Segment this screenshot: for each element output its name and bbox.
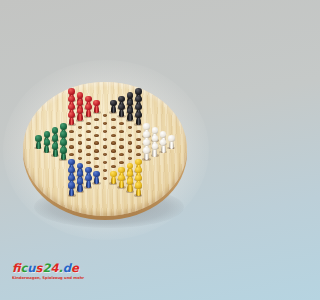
- board-hole: [111, 134, 116, 137]
- watermark-letter: d: [63, 261, 71, 275]
- board-hole: [136, 138, 141, 141]
- peg-head: [68, 104, 75, 111]
- board-hole: [103, 177, 108, 180]
- peg-body: [69, 188, 74, 196]
- peg-green: [60, 147, 67, 161]
- peg-body: [94, 176, 99, 184]
- board-hole: [69, 138, 74, 141]
- peg-white: [151, 143, 158, 157]
- peg-head: [77, 163, 84, 170]
- peg-green: [35, 135, 42, 149]
- peg-head: [77, 171, 84, 178]
- board-hole: [103, 145, 108, 148]
- peg-body: [53, 148, 58, 156]
- chinese-checkers-board: [23, 82, 187, 216]
- peg-body: [161, 145, 166, 153]
- peg-head: [85, 104, 92, 111]
- peg-head: [160, 131, 167, 138]
- peg-red: [76, 108, 83, 122]
- peg-body: [136, 117, 141, 125]
- peg-head: [168, 135, 175, 142]
- peg-head: [77, 100, 84, 107]
- board-hole: [86, 145, 91, 148]
- peg-head: [44, 131, 51, 138]
- peg-head: [52, 135, 59, 142]
- peg-head: [85, 167, 92, 174]
- peg-red: [85, 104, 92, 118]
- board-hole: [111, 141, 116, 144]
- peg-body: [111, 105, 116, 113]
- peg-head: [135, 175, 142, 182]
- peg-head: [93, 171, 100, 178]
- peg-black: [110, 100, 117, 114]
- peg-head: [35, 135, 42, 142]
- board-hole: [136, 153, 141, 156]
- peg-green: [52, 143, 59, 157]
- board-hole: [111, 149, 116, 152]
- board-hole: [119, 138, 124, 141]
- peg-white: [160, 139, 167, 153]
- watermark-logo: ficus24.de Kinderwagen, Spielzeug und me…: [12, 263, 128, 282]
- board-hole: [103, 114, 108, 117]
- peg-head: [127, 108, 134, 115]
- board-hole: [78, 149, 83, 152]
- board-hole: [136, 130, 141, 133]
- board-hole: [86, 161, 91, 164]
- board-hole: [94, 157, 99, 160]
- watermark-letter: e: [71, 261, 79, 275]
- peg-green: [43, 139, 50, 153]
- peg-body: [119, 180, 124, 188]
- board-hole: [111, 118, 116, 121]
- peg-head: [77, 108, 84, 115]
- peg-black: [135, 112, 142, 126]
- peg-head: [135, 112, 142, 119]
- board-hole: [128, 149, 133, 152]
- peg-blue: [76, 178, 83, 192]
- board-hole: [69, 145, 74, 148]
- board-hole: [78, 134, 83, 137]
- peg-red: [68, 112, 75, 126]
- peg-blue: [85, 175, 92, 189]
- peg-black: [118, 104, 125, 118]
- board-hole: [94, 134, 99, 137]
- board-hole: [103, 169, 108, 172]
- peg-yellow: [126, 178, 133, 192]
- peg-body: [169, 141, 174, 149]
- board-hole: [103, 161, 108, 164]
- peg-body: [136, 188, 141, 196]
- board-hole: [103, 122, 108, 125]
- peg-head: [152, 135, 159, 142]
- peg-white: [143, 147, 150, 161]
- peg-body: [61, 152, 66, 160]
- peg-head: [135, 159, 142, 166]
- peg-head: [143, 123, 150, 130]
- watermark-tagline: Kinderwagen, Spielzeug und mehr: [12, 276, 84, 280]
- peg-head: [135, 182, 142, 189]
- peg-body: [86, 109, 91, 117]
- peg-head: [127, 178, 134, 185]
- peg-head: [68, 112, 75, 119]
- board-hole: [86, 130, 91, 133]
- peg-yellow: [135, 182, 142, 196]
- peg-head: [77, 92, 84, 99]
- peg-head: [93, 100, 100, 107]
- peg-head: [52, 143, 59, 150]
- peg-body: [127, 184, 132, 192]
- board-hole: [128, 126, 133, 129]
- watermark-letter: u: [27, 261, 35, 275]
- peg-head: [68, 182, 75, 189]
- peg-body: [86, 180, 91, 188]
- board-hole: [78, 126, 83, 129]
- peg-head: [143, 147, 150, 154]
- peg-head: [135, 96, 142, 103]
- board-hole: [119, 153, 124, 156]
- board-hole: [103, 130, 108, 133]
- peg-head: [152, 127, 159, 134]
- peg-yellow: [118, 175, 125, 189]
- board-hole: [103, 138, 108, 141]
- peg-head: [135, 167, 142, 174]
- peg-head: [127, 92, 134, 99]
- peg-blue: [68, 182, 75, 196]
- board-hole: [111, 126, 116, 129]
- peg-head: [60, 123, 67, 130]
- peg-head: [127, 100, 134, 107]
- peg-head: [118, 175, 125, 182]
- peg-head: [118, 167, 125, 174]
- peg-body: [127, 113, 132, 121]
- watermark-letter: f: [12, 261, 21, 275]
- board-hole: [94, 165, 99, 168]
- peg-body: [111, 176, 116, 184]
- peg-body: [77, 184, 82, 192]
- board-surface: [23, 82, 187, 216]
- board-hole: [94, 149, 99, 152]
- peg-red: [93, 100, 100, 114]
- peg-body: [69, 117, 74, 125]
- board-hole: [78, 157, 83, 160]
- board-hole: [69, 130, 74, 133]
- peg-head: [118, 104, 125, 111]
- board-hole: [136, 145, 141, 148]
- peg-head: [143, 139, 150, 146]
- peg-head: [68, 88, 75, 95]
- product-photo-background: { "game": "chinese-checkers", "board_sha…: [0, 0, 212, 300]
- board-hole: [119, 145, 124, 148]
- peg-head: [127, 163, 134, 170]
- board-hole: [103, 153, 108, 156]
- peg-head: [60, 147, 67, 154]
- board-hole: [119, 122, 124, 125]
- peg-head: [68, 96, 75, 103]
- board-hole: [128, 141, 133, 144]
- peg-head: [60, 131, 67, 138]
- board-hole: [94, 126, 99, 129]
- peg-body: [119, 109, 124, 117]
- peg-head: [118, 96, 125, 103]
- board-hole: [119, 130, 124, 133]
- peg-blue: [93, 171, 100, 185]
- board-hole: [86, 122, 91, 125]
- peg-body: [77, 113, 82, 121]
- peg-head: [77, 178, 84, 185]
- peg-white: [168, 135, 175, 149]
- peg-yellow: [110, 171, 117, 185]
- board-hole: [94, 118, 99, 121]
- peg-body: [44, 145, 49, 153]
- board-hole: [86, 138, 91, 141]
- peg-head: [135, 104, 142, 111]
- peg-head: [44, 139, 51, 146]
- peg-head: [85, 175, 92, 182]
- board-hole: [128, 134, 133, 137]
- watermark-site: ficus24.de: [12, 263, 128, 275]
- peg-head: [143, 131, 150, 138]
- board-hole: [128, 157, 133, 160]
- peg-head: [60, 139, 67, 146]
- peg-head: [127, 171, 134, 178]
- peg-head: [52, 127, 59, 134]
- peg-head: [152, 143, 159, 150]
- peg-head: [110, 171, 117, 178]
- board-hole: [119, 161, 124, 164]
- peg-body: [36, 141, 41, 149]
- peg-black: [126, 108, 133, 122]
- peg-head: [68, 175, 75, 182]
- board-hole: [111, 165, 116, 168]
- peg-body: [152, 148, 157, 156]
- peg-head: [85, 96, 92, 103]
- peg-head: [68, 159, 75, 166]
- board-hole: [78, 141, 83, 144]
- board-hole: [69, 153, 74, 156]
- board-hole: [94, 141, 99, 144]
- peg-head: [110, 100, 117, 107]
- board-hole: [86, 153, 91, 156]
- peg-head: [135, 88, 142, 95]
- board-hole: [111, 157, 116, 160]
- peg-head: [68, 167, 75, 174]
- peg-head: [160, 139, 167, 146]
